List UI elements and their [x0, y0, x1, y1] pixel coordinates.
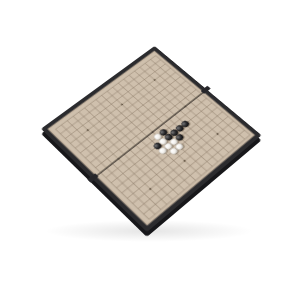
go-board: [41, 46, 261, 232]
go-board-grid: [41, 46, 261, 232]
product-photo: [0, 0, 292, 292]
